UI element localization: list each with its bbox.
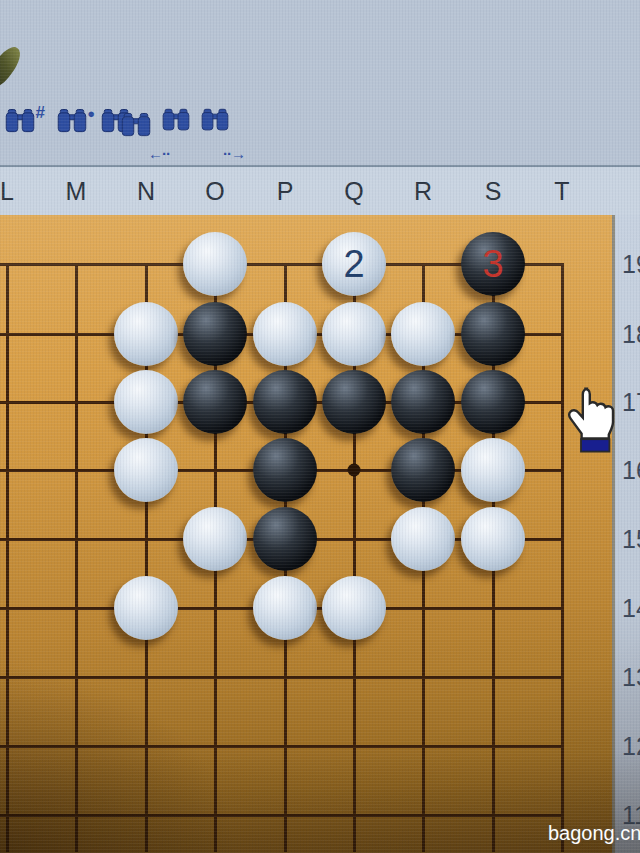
white-stone-N14[interactable] [114, 576, 178, 640]
binoculars-hash-icon[interactable]: # [5, 108, 35, 160]
white-stone-O19[interactable] [183, 232, 247, 296]
column-label-L: L [0, 177, 14, 206]
black-stone-R16[interactable] [391, 438, 455, 502]
binoculars-glyph [57, 108, 87, 134]
row-label-13: 13 [622, 662, 640, 692]
hand-pointer-cursor [567, 375, 619, 469]
black-stone-O17[interactable] [183, 370, 247, 434]
binoculars-next-icon[interactable]: ··→ [201, 108, 229, 160]
white-stone-N16[interactable] [114, 438, 178, 502]
white-stone-N17[interactable] [114, 370, 178, 434]
black-stone-O18[interactable] [183, 302, 247, 366]
column-label-R: R [414, 177, 432, 206]
black-stone-P15[interactable] [253, 507, 317, 571]
grid-line-row-13 [0, 676, 564, 679]
white-stone-Q14[interactable] [322, 576, 386, 640]
column-label-P: P [277, 177, 294, 206]
row-label-19: 19 [622, 249, 640, 279]
black-stone-S18[interactable] [461, 302, 525, 366]
white-stone-Q18[interactable] [322, 302, 386, 366]
row-label-strip: 191817161514131211 [612, 215, 640, 853]
white-stone-S15[interactable] [461, 507, 525, 571]
grid-line-col-T [561, 263, 564, 852]
black-stone-P17[interactable] [253, 370, 317, 434]
grid-line-col-L [6, 263, 9, 852]
row-label-16: 16 [622, 455, 640, 485]
dot-decoration: ● [87, 107, 95, 120]
column-label-Q: Q [344, 177, 363, 206]
white-stone-O15[interactable] [183, 507, 247, 571]
white-stone-Q19[interactable]: 2 [322, 232, 386, 296]
grid-line-row-11 [0, 814, 564, 817]
next-arrow-decoration: ··→ [223, 145, 245, 162]
binoculars-dot-icon[interactable]: ● [57, 108, 87, 160]
white-stone-S16[interactable] [461, 438, 525, 502]
move-number-2: 2 [343, 245, 364, 283]
row-label-15: 15 [622, 524, 640, 554]
column-label-N: N [137, 177, 155, 206]
binoculars-prev-icon[interactable]: ←·· [162, 108, 190, 160]
binoculars-glyph [162, 108, 190, 132]
column-label-O: O [205, 177, 224, 206]
row-label-12: 12 [622, 731, 640, 761]
watermark: bagong.cn [548, 822, 640, 845]
column-label-strip: LMNOPQRST [0, 167, 640, 215]
binoculars-glyph [5, 108, 35, 134]
star-point-Q16 [348, 464, 361, 477]
black-stone-S17[interactable] [461, 370, 525, 434]
white-stone-P14[interactable] [253, 576, 317, 640]
grid-line-col-M [75, 263, 78, 852]
grid-line-row-12 [0, 745, 564, 748]
binoculars-pair-icon[interactable] [101, 108, 151, 160]
column-label-M: M [66, 177, 87, 206]
black-stone-R17[interactable] [391, 370, 455, 434]
white-stone-N18[interactable] [114, 302, 178, 366]
hash-decoration: # [36, 104, 45, 121]
white-stone-P18[interactable] [253, 302, 317, 366]
column-label-T: T [554, 177, 569, 206]
app-toolbar: # ● [0, 0, 640, 166]
black-stone-P16[interactable] [253, 438, 317, 502]
binoculars-glyph [201, 108, 229, 132]
unknown-corner-icon [0, 43, 26, 92]
white-stone-R18[interactable] [391, 302, 455, 366]
binoculars-glyph [121, 112, 151, 138]
move-number-3: 3 [482, 245, 503, 283]
row-label-14: 14 [622, 593, 640, 623]
row-label-17: 17 [622, 387, 640, 417]
black-stone-Q17[interactable] [322, 370, 386, 434]
prev-arrow-decoration: ←·· [148, 145, 170, 162]
white-stone-R15[interactable] [391, 507, 455, 571]
go-app-screenshot: # ● [0, 0, 640, 853]
black-stone-S19[interactable]: 3 [461, 232, 525, 296]
go-board[interactable]: 23 [0, 215, 612, 853]
column-label-S: S [485, 177, 502, 206]
row-label-18: 18 [622, 319, 640, 349]
